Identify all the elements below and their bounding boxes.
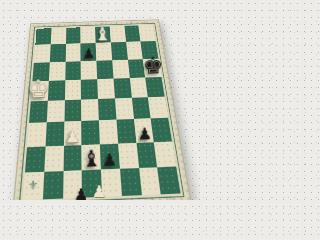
board-square[interactable]	[151, 118, 172, 142]
file-label: h	[138, 20, 153, 25]
board-square[interactable]	[48, 80, 65, 101]
white-bishop[interactable]: ♝	[95, 25, 112, 43]
black-pawn[interactable]: ♟	[137, 126, 152, 143]
chessboard-scene: abcdefgh abcdefgh ∙ ∙ ∙ ∙ ∙ ♝♟♚♚♟♟♝♟⚜	[12, 19, 192, 200]
board-square[interactable]	[50, 28, 65, 45]
board-grid: ♝♟♚♚♟♟♝♟⚜	[23, 25, 181, 200]
board-square[interactable]	[110, 26, 126, 43]
board-square[interactable]	[47, 100, 65, 122]
board-square[interactable]	[65, 44, 81, 62]
board-square[interactable]	[96, 60, 113, 79]
file-label: f	[109, 21, 124, 26]
board-square[interactable]	[99, 120, 118, 144]
board-square[interactable]	[50, 44, 66, 62]
board-square[interactable]	[145, 77, 164, 97]
board-square[interactable]	[49, 61, 66, 80]
board-square[interactable]: ♚	[143, 58, 161, 77]
board-square[interactable]	[25, 146, 45, 172]
board-square[interactable]	[81, 121, 99, 145]
board-square[interactable]: ♝	[95, 26, 111, 43]
board-square[interactable]	[64, 100, 81, 122]
board-square[interactable]	[118, 143, 139, 169]
board-corner-logo-icon: ⚜	[28, 179, 39, 193]
board-square[interactable]	[64, 80, 81, 101]
board-square[interactable]	[111, 42, 128, 60]
board-square[interactable]	[45, 122, 64, 146]
board-square[interactable]: ♟	[100, 143, 120, 169]
black-bishop[interactable]: ♝	[81, 147, 102, 171]
board-square[interactable]	[148, 97, 168, 119]
board-square[interactable]	[112, 59, 129, 78]
board-border: abcdefgh abcdefgh ∙ ∙ ∙ ∙ ∙ ♝♟♚♚♟♟♝♟⚜	[12, 19, 192, 200]
file-label: c	[66, 22, 81, 27]
board-square[interactable]	[113, 78, 131, 99]
file-label: g	[124, 21, 139, 26]
file-label: a	[37, 23, 52, 28]
board-square[interactable]	[98, 98, 116, 120]
file-label: h	[161, 195, 182, 200]
board-square[interactable]	[81, 99, 99, 121]
board-square[interactable]	[29, 101, 48, 123]
board-square[interactable]: ⚜	[23, 172, 44, 200]
white-king[interactable]: ♚	[28, 77, 50, 102]
offboard-black-pawn[interactable]: ♟	[74, 187, 88, 200]
offboard-white-pawn[interactable]: ♟	[92, 184, 106, 200]
board-square[interactable]	[65, 61, 81, 80]
board-square[interactable]	[27, 123, 46, 147]
board-square[interactable]	[35, 28, 51, 45]
board-square[interactable]	[139, 25, 156, 42]
black-pawn[interactable]: ♟	[102, 152, 118, 170]
board-square[interactable]	[154, 141, 176, 167]
board-square[interactable]	[96, 43, 112, 61]
file-label: g	[142, 196, 163, 200]
black-king[interactable]: ♚	[142, 54, 164, 78]
board-square[interactable]: ♚	[31, 81, 49, 102]
board-square[interactable]	[157, 166, 180, 194]
white-pawn[interactable]: ♟	[65, 128, 80, 145]
board-square[interactable]	[81, 79, 98, 100]
board-square[interactable]: ♟	[134, 119, 154, 143]
board-square[interactable]	[66, 27, 81, 44]
board-square[interactable]	[81, 60, 97, 79]
board-square[interactable]	[131, 97, 150, 119]
board-square[interactable]	[97, 78, 115, 99]
board-square[interactable]: ♝	[82, 144, 101, 170]
file-label: d	[80, 22, 95, 27]
board-square[interactable]: ♟	[81, 43, 97, 61]
file-label: b	[51, 23, 66, 28]
board-square[interactable]	[34, 45, 51, 63]
board-square[interactable]	[63, 145, 82, 171]
board-square[interactable]: ♟	[64, 121, 82, 145]
file-label: f	[122, 197, 142, 200]
board-square[interactable]	[43, 171, 63, 200]
board-square[interactable]	[44, 145, 64, 171]
black-pawn[interactable]: ♟	[82, 47, 95, 61]
